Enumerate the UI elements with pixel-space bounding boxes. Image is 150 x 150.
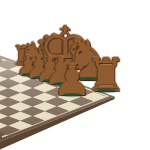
felt-base-rook-kingside xyxy=(97,89,116,92)
piece-rook-kingside[interactable]: ♜ xyxy=(85,53,126,99)
pieces-layer: ♜♞♝♛♚♝♟♟♟♟♞♟♜ xyxy=(0,0,150,150)
felt-base-pawn-5 xyxy=(63,93,81,96)
chess-set-photo: ♜♞♝♛♚♝♟♟♟♟♞♟♜ xyxy=(0,0,150,150)
